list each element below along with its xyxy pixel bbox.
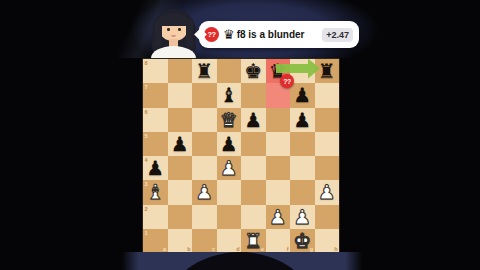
square-b3[interactable] bbox=[168, 180, 193, 204]
avatar-hair-lock-left bbox=[155, 19, 162, 47]
square-e4[interactable] bbox=[241, 156, 266, 180]
square-c1[interactable]: c bbox=[192, 229, 217, 253]
square-h1[interactable]: h bbox=[315, 229, 340, 253]
square-g2[interactable]: ♟ bbox=[290, 205, 315, 229]
avatar-eye-right bbox=[178, 28, 181, 31]
white-queen-d6[interactable]: ♛ bbox=[220, 108, 238, 132]
square-g5[interactable] bbox=[290, 132, 315, 156]
square-h2[interactable] bbox=[315, 205, 340, 229]
rank-label-6: 6 bbox=[145, 109, 148, 115]
square-b7[interactable] bbox=[168, 83, 193, 107]
chess-board[interactable]: 8♜♚♛♜7♝♟6♛♟♟5♟♟4♟♟3♝♟♟2♟♟1abcde♜fg♚h bbox=[142, 58, 340, 254]
black-piece-silhouette bbox=[164, 252, 316, 270]
black-queen-icon: ♛ bbox=[223, 27, 235, 42]
square-a2[interactable]: 2 bbox=[143, 205, 168, 229]
square-f3[interactable] bbox=[266, 180, 291, 204]
square-g1[interactable]: g♚ bbox=[290, 229, 315, 253]
square-h5[interactable] bbox=[315, 132, 340, 156]
white-pawn-f2[interactable]: ♟ bbox=[269, 205, 287, 229]
square-g3[interactable] bbox=[290, 180, 315, 204]
black-pawn-g6[interactable]: ♟ bbox=[293, 108, 311, 132]
square-d8[interactable] bbox=[217, 59, 242, 83]
rank-label-8: 8 bbox=[145, 60, 148, 66]
annotation-bubble: ?? ♛ f8 is a blunder +2.47 bbox=[199, 21, 359, 48]
avatar-eye-left bbox=[167, 28, 170, 31]
square-e7[interactable] bbox=[241, 83, 266, 107]
square-h6[interactable] bbox=[315, 108, 340, 132]
black-king-e8[interactable]: ♚ bbox=[244, 59, 262, 83]
white-king-g1[interactable]: ♚ bbox=[293, 229, 311, 253]
square-g6[interactable]: ♟ bbox=[290, 108, 315, 132]
square-c5[interactable] bbox=[192, 132, 217, 156]
square-g4[interactable] bbox=[290, 156, 315, 180]
white-rook-e1[interactable]: ♜ bbox=[244, 229, 262, 253]
square-d5[interactable]: ♟ bbox=[217, 132, 242, 156]
square-e8[interactable]: ♚ bbox=[241, 59, 266, 83]
video-frame: ?? ♛ f8 is a blunder +2.47 8♜♚♛♜7♝♟6♛♟♟5… bbox=[0, 0, 480, 270]
square-d4[interactable]: ♟ bbox=[217, 156, 242, 180]
square-b1[interactable]: b bbox=[168, 229, 193, 253]
square-a8[interactable]: 8 bbox=[143, 59, 168, 83]
square-f5[interactable] bbox=[266, 132, 291, 156]
square-e3[interactable] bbox=[241, 180, 266, 204]
white-bishop-a3[interactable]: ♝ bbox=[146, 180, 164, 204]
square-c6[interactable] bbox=[192, 108, 217, 132]
square-a3[interactable]: 3♝ bbox=[143, 180, 168, 204]
square-g7[interactable]: ♟ bbox=[290, 83, 315, 107]
square-d2[interactable] bbox=[217, 205, 242, 229]
square-c7[interactable] bbox=[192, 83, 217, 107]
square-e2[interactable] bbox=[241, 205, 266, 229]
avatar-hair-front bbox=[158, 13, 189, 26]
rank-label-1: 1 bbox=[145, 230, 148, 236]
square-c3[interactable]: ♟ bbox=[192, 180, 217, 204]
square-d6[interactable]: ♛ bbox=[217, 108, 242, 132]
square-a5[interactable]: 5 bbox=[143, 132, 168, 156]
black-pawn-d5[interactable]: ♟ bbox=[220, 132, 238, 156]
square-c4[interactable] bbox=[192, 156, 217, 180]
rank-label-4: 4 bbox=[145, 157, 148, 163]
square-c8[interactable]: ♜ bbox=[192, 59, 217, 83]
rank-label-3: 3 bbox=[145, 181, 148, 187]
square-f4[interactable] bbox=[266, 156, 291, 180]
engine-eval-badge: +2.47 bbox=[322, 28, 353, 42]
square-d1[interactable]: d bbox=[217, 229, 242, 253]
square-d3[interactable] bbox=[217, 180, 242, 204]
square-h3[interactable]: ♟ bbox=[315, 180, 340, 204]
square-a6[interactable]: 6 bbox=[143, 108, 168, 132]
black-pawn-a4[interactable]: ♟ bbox=[146, 156, 164, 180]
white-pawn-g2[interactable]: ♟ bbox=[293, 205, 311, 229]
rank-label-7: 7 bbox=[145, 84, 148, 90]
square-h7[interactable] bbox=[315, 83, 340, 107]
square-d7[interactable]: ♝ bbox=[217, 83, 242, 107]
white-pawn-h3[interactable]: ♟ bbox=[318, 180, 336, 204]
square-a7[interactable]: 7 bbox=[143, 83, 168, 107]
square-f1[interactable]: f bbox=[266, 229, 291, 253]
square-e6[interactable]: ♟ bbox=[241, 108, 266, 132]
square-c2[interactable] bbox=[192, 205, 217, 229]
square-e5[interactable] bbox=[241, 132, 266, 156]
black-bishop-d7[interactable]: ♝ bbox=[220, 83, 238, 107]
square-a1[interactable]: 1a bbox=[143, 229, 168, 253]
avatar-hair-lock-right bbox=[186, 19, 193, 47]
square-h4[interactable] bbox=[315, 156, 340, 180]
move-comment-text: f8 is a blunder bbox=[237, 29, 305, 40]
square-b2[interactable] bbox=[168, 205, 193, 229]
black-pawn-b5[interactable]: ♟ bbox=[171, 132, 189, 156]
white-pawn-c3[interactable]: ♟ bbox=[195, 180, 213, 204]
white-pawn-d4[interactable]: ♟ bbox=[220, 156, 238, 180]
rank-label-2: 2 bbox=[145, 206, 148, 212]
bottom-strip bbox=[122, 252, 362, 270]
black-rook-c8[interactable]: ♜ bbox=[195, 59, 213, 83]
square-f2[interactable]: ♟ bbox=[266, 205, 291, 229]
square-e1[interactable]: e♜ bbox=[241, 229, 266, 253]
square-a4[interactable]: 4♟ bbox=[143, 156, 168, 180]
blunder-badge-on-square: ?? bbox=[280, 74, 294, 88]
black-pawn-g7[interactable]: ♟ bbox=[293, 83, 311, 107]
square-b5[interactable]: ♟ bbox=[168, 132, 193, 156]
square-b6[interactable] bbox=[168, 108, 193, 132]
rank-label-5: 5 bbox=[145, 133, 148, 139]
square-b8[interactable] bbox=[168, 59, 193, 83]
square-b4[interactable] bbox=[168, 156, 193, 180]
best-move-arrow bbox=[270, 56, 326, 82]
black-pawn-e6[interactable]: ♟ bbox=[244, 108, 262, 132]
square-f6[interactable] bbox=[266, 108, 291, 132]
